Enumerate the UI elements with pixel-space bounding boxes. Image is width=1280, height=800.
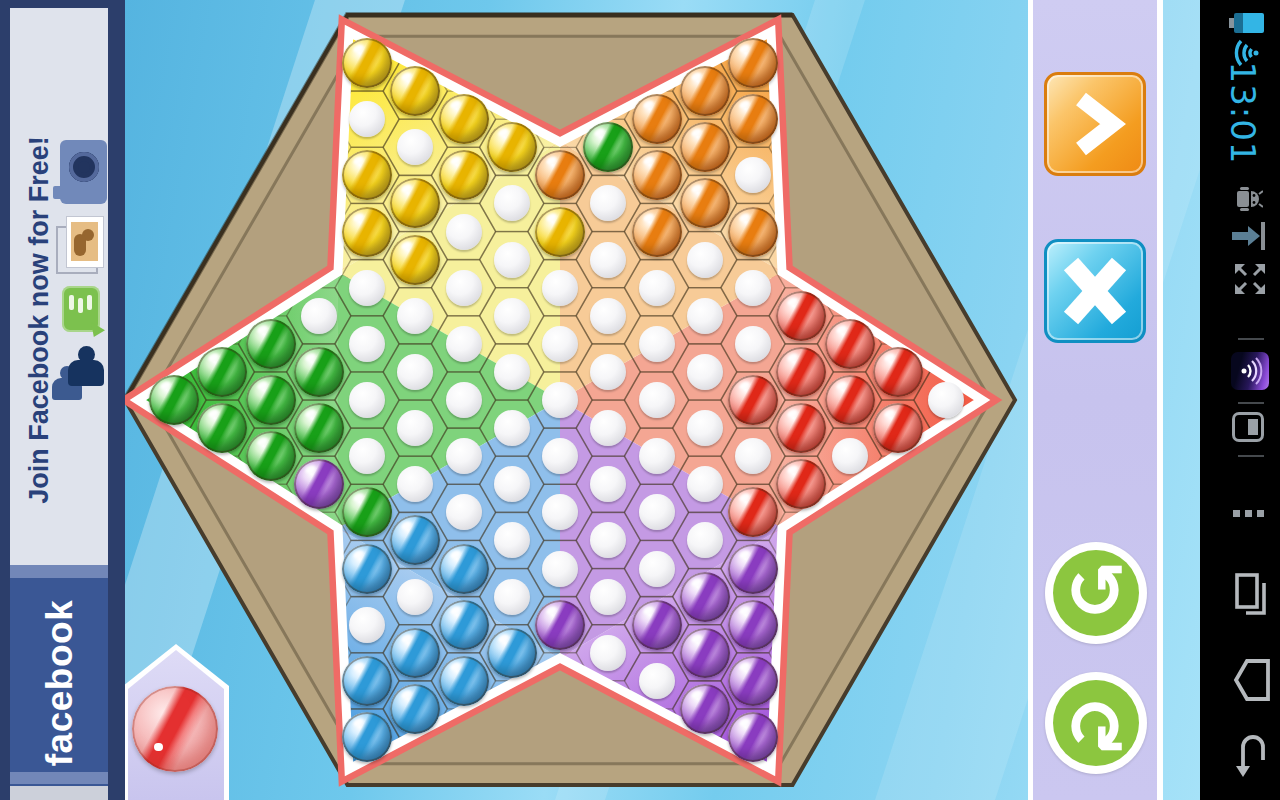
android-system-bar: 13:01 <box>1200 0 1280 800</box>
marble-purple[interactable] <box>680 684 730 734</box>
board-hole[interactable] <box>735 326 771 362</box>
marble-green[interactable] <box>246 375 296 425</box>
back-icon[interactable] <box>1236 730 1270 778</box>
marble-purple[interactable] <box>632 600 682 650</box>
board-hole[interactable] <box>639 382 675 418</box>
board-hole[interactable] <box>494 298 530 334</box>
usb-connected-icon <box>1230 220 1270 252</box>
marble-purple[interactable] <box>680 628 730 678</box>
storage-icon <box>1232 412 1264 442</box>
marble-green[interactable] <box>149 375 199 425</box>
board-hole[interactable] <box>494 522 530 558</box>
board-hole[interactable] <box>735 438 771 474</box>
board-hole[interactable] <box>735 270 771 306</box>
board-hole[interactable] <box>639 551 675 587</box>
marble-yellow[interactable] <box>535 207 585 257</box>
marble-orange[interactable] <box>680 178 730 228</box>
board-hole[interactable] <box>397 579 433 615</box>
redo-button[interactable]: ↺ <box>1045 672 1147 774</box>
panel-bottom-strip <box>10 786 108 800</box>
facebook-ad-text: Join Facebook now for Free! <box>14 70 64 570</box>
control-strip: ↺ ↺ <box>1028 0 1163 800</box>
android-robot-icon <box>1233 181 1263 217</box>
marble-green[interactable] <box>294 347 344 397</box>
board-hole[interactable] <box>687 522 723 558</box>
marble-orange[interactable] <box>632 94 682 144</box>
home-icon[interactable] <box>1232 656 1272 704</box>
panel-border <box>0 0 125 8</box>
marble-green[interactable] <box>197 347 247 397</box>
marble-yellow[interactable] <box>390 66 440 116</box>
marble-green[interactable] <box>246 319 296 369</box>
board-hole[interactable] <box>494 410 530 446</box>
board-hole[interactable] <box>494 466 530 502</box>
marble-yellow[interactable] <box>342 38 392 88</box>
marble-red[interactable] <box>825 319 875 369</box>
marble-yellow[interactable] <box>487 122 537 172</box>
marble-blue[interactable] <box>342 544 392 594</box>
marble-blue[interactable] <box>342 656 392 706</box>
marble-orange[interactable] <box>680 66 730 116</box>
board-hole[interactable] <box>301 298 337 334</box>
marble-purple[interactable] <box>728 600 778 650</box>
marble-blue[interactable] <box>390 628 440 678</box>
board-hole[interactable] <box>687 242 723 278</box>
board-hole[interactable] <box>349 270 385 306</box>
camera-icon <box>60 140 107 204</box>
marble-blue[interactable] <box>390 684 440 734</box>
board-hole[interactable] <box>542 438 578 474</box>
panel-border <box>108 0 125 800</box>
board-hole[interactable] <box>687 354 723 390</box>
marble-blue[interactable] <box>439 544 489 594</box>
photo-portrait-icon <box>66 216 104 268</box>
undo-button[interactable]: ↺ <box>1045 542 1147 644</box>
battery-icon <box>1234 13 1264 33</box>
board-hole[interactable] <box>446 438 482 474</box>
status-clock: 13:01 <box>1224 60 1262 166</box>
marble-green[interactable] <box>246 431 296 481</box>
board-hole[interactable] <box>349 382 385 418</box>
marble-red[interactable] <box>728 375 778 425</box>
screen: ↺ ↺ Join Facebook now for Free! facebook <box>0 0 1280 800</box>
facebook-ad-panel[interactable]: Join Facebook now for Free! facebook <box>0 0 125 800</box>
board-hole[interactable] <box>494 579 530 615</box>
next-chevron-icon <box>1047 75 1143 173</box>
board-hole[interactable] <box>446 494 482 530</box>
board-hole[interactable] <box>928 382 964 418</box>
marble-orange[interactable] <box>632 150 682 200</box>
marble-red[interactable] <box>776 403 826 453</box>
marble-red[interactable] <box>776 291 826 341</box>
separator <box>1238 338 1264 340</box>
board-hole[interactable] <box>349 326 385 362</box>
marble-red[interactable] <box>776 347 826 397</box>
board-hole[interactable] <box>590 354 626 390</box>
board-hole[interactable] <box>687 410 723 446</box>
board-hole[interactable] <box>687 466 723 502</box>
board-hole[interactable] <box>446 214 482 250</box>
board-hole[interactable] <box>494 242 530 278</box>
recent-apps-icon[interactable] <box>1234 572 1270 618</box>
friends-icon <box>52 344 108 406</box>
marble-purple[interactable] <box>294 459 344 509</box>
marble-blue[interactable] <box>342 712 392 762</box>
board-hole[interactable] <box>542 326 578 362</box>
board-hole[interactable] <box>590 242 626 278</box>
board-hole[interactable] <box>590 298 626 334</box>
marble-green[interactable] <box>294 403 344 453</box>
board-hole[interactable] <box>639 326 675 362</box>
marble-red[interactable] <box>873 347 923 397</box>
board-hole[interactable] <box>446 326 482 362</box>
board-hole[interactable] <box>590 579 626 615</box>
marble-orange[interactable] <box>680 122 730 172</box>
marble-blue[interactable] <box>439 600 489 650</box>
board-hole[interactable] <box>349 438 385 474</box>
marble-yellow[interactable] <box>439 150 489 200</box>
board-hole[interactable] <box>542 270 578 306</box>
board-hole[interactable] <box>542 551 578 587</box>
marble-orange[interactable] <box>632 207 682 257</box>
board-hole[interactable] <box>397 354 433 390</box>
board-hole[interactable] <box>832 438 868 474</box>
next-button[interactable] <box>1044 72 1146 176</box>
board-hole[interactable] <box>494 354 530 390</box>
facebook-logo: facebook <box>38 588 84 778</box>
audio-app-icon[interactable] <box>1231 352 1269 390</box>
board-hole[interactable] <box>542 382 578 418</box>
close-x-icon <box>1047 242 1143 340</box>
board-hole[interactable] <box>446 270 482 306</box>
marble-orange[interactable] <box>535 150 585 200</box>
marble-blue[interactable] <box>487 628 537 678</box>
board-hole[interactable] <box>397 298 433 334</box>
marble-purple[interactable] <box>728 656 778 706</box>
marble-orange[interactable] <box>728 38 778 88</box>
board-hole[interactable] <box>639 270 675 306</box>
separator <box>1238 455 1264 457</box>
marble-orange[interactable] <box>728 94 778 144</box>
fullscreen-icon <box>1233 262 1267 296</box>
board-hole[interactable] <box>639 494 675 530</box>
board-hole[interactable] <box>349 101 385 137</box>
board-hole[interactable] <box>494 185 530 221</box>
marble-yellow[interactable] <box>439 94 489 144</box>
marble-red[interactable] <box>825 375 875 425</box>
board-hole[interactable] <box>590 635 626 671</box>
marble-orange[interactable] <box>728 207 778 257</box>
marble-green[interactable] <box>197 403 247 453</box>
overflow-menu-icon[interactable] <box>1233 510 1273 518</box>
marble-blue[interactable] <box>439 656 489 706</box>
board-hole[interactable] <box>446 382 482 418</box>
board-hole[interactable] <box>349 607 385 643</box>
marble-red[interactable] <box>873 403 923 453</box>
marble-yellow[interactable] <box>342 150 392 200</box>
marble-purple[interactable] <box>680 572 730 622</box>
board-hole[interactable] <box>639 663 675 699</box>
turn-marble-red <box>132 686 218 772</box>
separator <box>1238 402 1264 404</box>
marble-purple[interactable] <box>728 544 778 594</box>
marble-purple[interactable] <box>535 600 585 650</box>
marble-yellow[interactable] <box>342 207 392 257</box>
redo-arrow-icon: ↺ <box>1053 680 1139 766</box>
close-button[interactable] <box>1044 239 1146 343</box>
board-hole[interactable] <box>639 438 675 474</box>
undo-arrow-icon: ↺ <box>1053 550 1139 636</box>
marble-purple[interactable] <box>728 712 778 762</box>
marble-yellow[interactable] <box>390 235 440 285</box>
chat-bubble-icon <box>62 286 100 332</box>
board-hole[interactable] <box>687 298 723 334</box>
panel-border <box>0 0 10 800</box>
